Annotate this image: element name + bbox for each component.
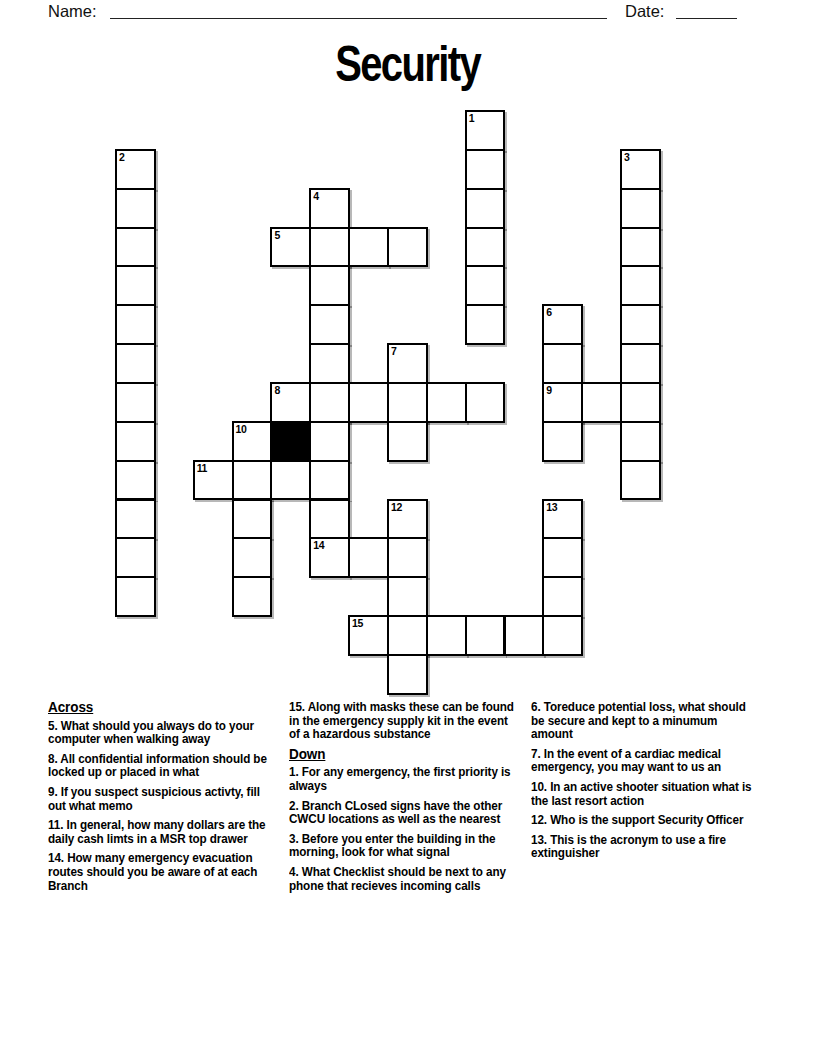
clue-number: 8.: [48, 751, 60, 766]
grid-cell-r13c11[interactable]: [542, 615, 583, 656]
grid-cell-r8c13[interactable]: [620, 421, 661, 462]
clue-down-6: 6. Toreduce potential loss, what should …: [531, 700, 760, 741]
grid-cell-r7c9[interactable]: [465, 382, 506, 423]
grid-cell-r3c7[interactable]: [387, 227, 428, 268]
grid-cell-r2c5[interactable]: 4: [309, 188, 350, 229]
grid-cell-r10c3[interactable]: [232, 499, 273, 540]
clue-number: 13.: [531, 832, 550, 847]
clue-number: 7.: [531, 746, 544, 761]
grid-cell-r10c5[interactable]: [309, 499, 350, 540]
grid-cell-r7c0[interactable]: [115, 382, 156, 423]
cell-number-8: 8: [274, 384, 279, 396]
cell-number-5: 5: [274, 229, 279, 241]
grid-cell-r0c9[interactable]: 1: [465, 110, 506, 151]
clue-number: 10.: [531, 779, 550, 794]
grid-cell-r11c11[interactable]: [542, 537, 583, 578]
grid-cell-r3c13[interactable]: [620, 227, 661, 268]
clues-column-middle: 15. Along with masks these can be found …: [289, 700, 518, 898]
clue-down-2: 2. Branch CLosed signs have the other CW…: [289, 799, 518, 826]
grid-cell-r8c5[interactable]: [309, 421, 350, 462]
grid-cell-r5c0[interactable]: [115, 304, 156, 345]
clue-number: 5.: [48, 718, 61, 733]
clue-number: 9.: [48, 784, 61, 799]
down-heading: Down: [289, 747, 518, 761]
clue-down-1: 1. For any emergency, the first priority…: [289, 765, 518, 792]
clue-across-9: 9. If you suspect suspicious activty, fi…: [48, 785, 277, 812]
grid-cell-r12c7[interactable]: [387, 576, 428, 617]
clue-number: 4.: [289, 864, 302, 879]
clue-across-5: 5. What should you always do to your com…: [48, 719, 277, 746]
grid-cell-r9c2[interactable]: 11: [193, 460, 234, 501]
cell-number-3: 3: [624, 151, 629, 163]
grid-cell-r9c5[interactable]: [309, 460, 350, 501]
grid-cell-r7c13[interactable]: [620, 382, 661, 423]
clue-down-10: 10. In an active shooter situation what …: [531, 780, 760, 807]
clue-number: 1.: [289, 764, 302, 779]
clue-number: 6.: [531, 699, 544, 714]
across-heading: Across: [48, 700, 277, 714]
clue-across-15: 15. Along with masks these can be found …: [289, 700, 518, 741]
crossword-grid: 123456789101112131415: [115, 110, 663, 696]
clue-down-12: 12. Who is the support Security Officer: [531, 813, 760, 827]
cell-number-14: 14: [313, 539, 324, 551]
grid-cell-r11c3[interactable]: [232, 537, 273, 578]
grid-cell-r6c11[interactable]: [542, 343, 583, 384]
grid-cell-r4c5[interactable]: [309, 265, 350, 306]
cell-number-1: 1: [469, 112, 474, 124]
clue-number: 15.: [289, 699, 308, 714]
clue-across-11: 11. In general, how many dollars are the…: [48, 818, 277, 845]
name-fill-line[interactable]: [110, 2, 607, 19]
grid-cell-r13c10[interactable]: [504, 615, 545, 656]
grid-cell-r11c6[interactable]: [348, 537, 389, 578]
grid-cell-r6c13[interactable]: [620, 343, 661, 384]
grid-cell-r11c5[interactable]: 14: [309, 537, 350, 578]
grid-cell-r7c4[interactable]: 8: [270, 382, 311, 423]
grid-cell-r5c9[interactable]: [465, 304, 506, 345]
grid-cell-r14c7[interactable]: [387, 654, 428, 695]
grid-cell-r12c11[interactable]: [542, 576, 583, 617]
grid-cell-r8c7[interactable]: [387, 421, 428, 462]
grid-cell-r9c4[interactable]: [270, 460, 311, 501]
grid-cell-r4c13[interactable]: [620, 265, 661, 306]
grid-cell-r9c3[interactable]: [232, 460, 273, 501]
grid-cell-r5c11[interactable]: 6: [542, 304, 583, 345]
cell-number-6: 6: [546, 306, 551, 318]
grid-cell-r1c9[interactable]: [465, 149, 506, 190]
grid-cell-r2c13[interactable]: [620, 188, 661, 229]
grid-cell-r7c6[interactable]: [348, 382, 389, 423]
clues-column-across: Across5. What should you always do to yo…: [48, 700, 277, 898]
grid-cell-r7c12[interactable]: [581, 382, 622, 423]
cell-number-13: 13: [546, 501, 557, 513]
grid-cell-r13c7[interactable]: [387, 615, 428, 656]
cell-number-7: 7: [391, 345, 396, 357]
cell-number-4: 4: [313, 190, 318, 202]
date-label: Date:: [625, 2, 664, 20]
cell-number-10: 10: [236, 423, 247, 435]
clue-down-4: 4. What Checklist should be next to any …: [289, 865, 518, 892]
grid-cell-r13c8[interactable]: [426, 615, 467, 656]
grid-cell-r13c9[interactable]: [465, 615, 506, 656]
grid-cell-r8c3[interactable]: 10: [232, 421, 273, 462]
black-cell-r8c4: [270, 421, 311, 462]
grid-cell-r8c11[interactable]: [542, 421, 583, 462]
grid-cell-r9c13[interactable]: [620, 460, 661, 501]
grid-cell-r7c5[interactable]: [309, 382, 350, 423]
clue-down-3: 3. Before you enter the building in the …: [289, 832, 518, 859]
cell-number-12: 12: [391, 501, 402, 513]
grid-cell-r3c4[interactable]: 5: [270, 227, 311, 268]
grid-cell-r3c0[interactable]: [115, 227, 156, 268]
clue-across-8: 8. All confidential information should b…: [48, 752, 277, 779]
clue-number: 14.: [48, 850, 67, 865]
puzzle-title: Security: [335, 38, 480, 91]
cell-number-15: 15: [352, 617, 363, 629]
grid-cell-r6c7[interactable]: 7: [387, 343, 428, 384]
clue-down-13: 13. This is the acronym to use a fire ex…: [531, 833, 760, 860]
clue-down-7: 7. In the event of a cardiac medical eme…: [531, 747, 760, 774]
clue-number: 2.: [289, 798, 302, 813]
grid-cell-r7c8[interactable]: [426, 382, 467, 423]
grid-cell-r7c11[interactable]: 9: [542, 382, 583, 423]
clue-across-14: 14. How many emergency evacuation routes…: [48, 851, 277, 892]
grid-cell-r12c0[interactable]: [115, 576, 156, 617]
grid-cell-r1c13[interactable]: 3: [620, 149, 661, 190]
name-label: Name:: [48, 2, 97, 20]
grid-cell-r11c0[interactable]: [115, 537, 156, 578]
grid-cell-r13c6[interactable]: 15: [348, 615, 389, 656]
grid-cell-r4c9[interactable]: [465, 265, 506, 306]
grid-cell-r1c0[interactable]: 2: [115, 149, 156, 190]
grid-cell-r3c9[interactable]: [465, 227, 506, 268]
cell-number-2: 2: [119, 151, 124, 163]
grid-cell-r9c0[interactable]: [115, 460, 156, 501]
grid-cell-r3c6[interactable]: [348, 227, 389, 268]
clue-number: 11.: [48, 817, 67, 832]
grid-cell-r2c0[interactable]: [115, 188, 156, 229]
grid-cell-r8c0[interactable]: [115, 421, 156, 462]
grid-cell-r10c11[interactable]: 13: [542, 499, 583, 540]
clue-number: 3.: [289, 831, 302, 846]
grid-cell-r4c0[interactable]: [115, 265, 156, 306]
clues-column-down: 6. Toreduce potential loss, what should …: [531, 700, 760, 866]
grid-cell-r10c0[interactable]: [115, 499, 156, 540]
grid-cell-r5c5[interactable]: [309, 304, 350, 345]
grid-cell-r6c0[interactable]: [115, 343, 156, 384]
grid-cell-r3c5[interactable]: [309, 227, 350, 268]
cell-number-11: 11: [197, 462, 207, 474]
grid-cell-r12c3[interactable]: [232, 576, 273, 617]
title-wrap: Security: [0, 38, 816, 91]
grid-cell-r11c7[interactable]: [387, 537, 428, 578]
grid-cell-r5c13[interactable]: [620, 304, 661, 345]
cell-number-9: 9: [546, 384, 551, 396]
grid-cell-r6c5[interactable]: [309, 343, 350, 384]
grid-cell-r2c9[interactable]: [465, 188, 506, 229]
date-fill-line[interactable]: [676, 2, 737, 19]
grid-cell-r7c7[interactable]: [387, 382, 428, 423]
clue-number: 12.: [531, 812, 550, 827]
grid-cell-r10c7[interactable]: 12: [387, 499, 428, 540]
